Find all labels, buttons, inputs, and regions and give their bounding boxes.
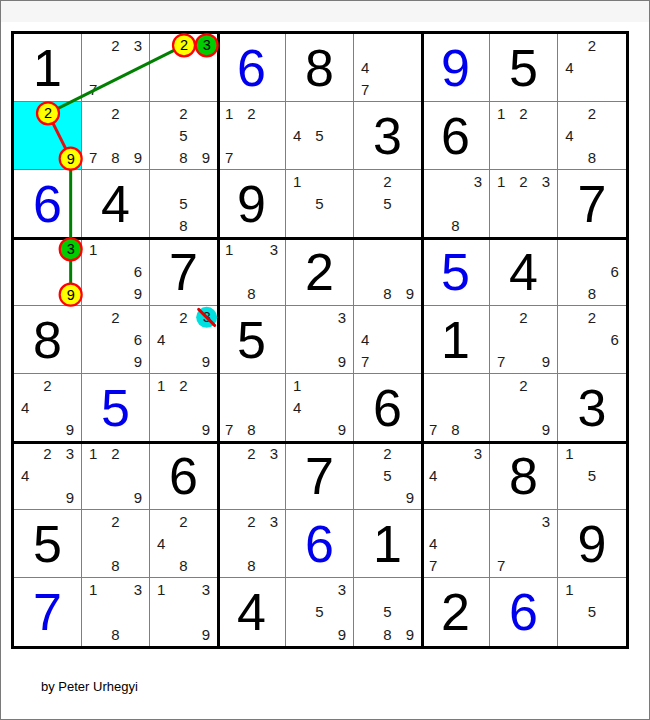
given-digit: 9	[237, 178, 266, 230]
cell-r3c2[interactable]: 4	[82, 170, 150, 238]
candidate-digit: 8	[240, 283, 262, 305]
candidates: 23	[218, 442, 285, 509]
cell-r9c1[interactable]: 7	[14, 578, 82, 646]
candidate-digit: 9	[127, 487, 149, 509]
candidate-digit: 2	[172, 34, 194, 56]
candidates: 47	[354, 34, 421, 101]
cell-r7c9[interactable]: 15	[558, 442, 626, 510]
candidates: 237	[82, 34, 149, 101]
candidate-digit: 9	[195, 351, 217, 373]
cell-r7c3[interactable]: 6	[150, 442, 218, 510]
cell-r4c2[interactable]: 169	[82, 238, 150, 306]
candidates: 39	[14, 238, 81, 305]
candidates: 23	[150, 34, 217, 101]
cell-r8c8[interactable]: 37	[490, 510, 558, 578]
candidates: 129	[150, 374, 217, 441]
cell-r9c6[interactable]: 589	[354, 578, 422, 646]
cell-r4c9[interactable]: 68	[558, 238, 626, 306]
candidates: 39	[286, 306, 353, 373]
cell-r4c7[interactable]: 5	[422, 238, 490, 306]
candidate-digit: 3	[59, 238, 81, 260]
candidate-digit: 9	[59, 487, 81, 509]
candidates: 29	[490, 374, 557, 441]
solved-digit: 5	[101, 382, 130, 434]
candidates: 45	[286, 102, 353, 169]
candidate-digit: 2	[376, 170, 398, 192]
given-digit: 4	[509, 246, 538, 298]
cell-r1c5[interactable]: 8	[286, 34, 354, 102]
given-digit: 1	[441, 314, 470, 366]
candidates: 47	[422, 510, 489, 577]
cell-r6c9[interactable]: 3	[558, 374, 626, 442]
candidate-digit: 1	[82, 578, 104, 601]
candidate-digit: 2	[172, 306, 194, 328]
cell-r8c3[interactable]: 248	[150, 510, 218, 578]
cell-r2c3[interactable]: 2589	[150, 102, 218, 170]
candidates: 2349	[150, 306, 217, 373]
candidate-digit: 9	[331, 351, 353, 373]
candidates: 359	[286, 578, 353, 646]
cell-r4c1[interactable]: 39	[14, 238, 82, 306]
cell-r7c7[interactable]: 34	[422, 442, 490, 510]
candidate-digit: 8	[104, 147, 126, 169]
candidate-digit: 3	[127, 34, 149, 56]
cell-r5c5[interactable]: 39	[286, 306, 354, 374]
candidate-digit: 3	[127, 578, 149, 601]
candidate-digit: 1	[82, 238, 104, 260]
cell-r5c1[interactable]: 8	[14, 306, 82, 374]
candidate-digit: 3	[195, 34, 217, 56]
candidate-digit: 1	[286, 374, 308, 396]
solved-digit: 6	[237, 42, 266, 94]
candidate-digit: 4	[422, 532, 444, 554]
candidate-digit: 8	[172, 215, 194, 237]
candidate-digit: 7	[82, 79, 104, 101]
candidate-digit: 3	[195, 578, 217, 601]
candidates: 169	[82, 238, 149, 305]
candidate-digit: 1	[82, 442, 104, 464]
candidate-digit: 9	[399, 623, 421, 646]
candidate-digit: 9	[195, 419, 217, 441]
cell-r3c3[interactable]: 58	[150, 170, 218, 238]
cell-r1c3[interactable]: 23	[150, 34, 218, 102]
cell-r9c3[interactable]: 139	[150, 578, 218, 646]
cell-r6c4[interactable]: 78	[218, 374, 286, 442]
solved-digit: 6	[33, 178, 62, 230]
candidate-digit: 6	[127, 260, 149, 282]
candidate-digit: 3	[535, 170, 557, 192]
solved-digit: 7	[33, 586, 62, 638]
candidate-digit: 5	[376, 601, 398, 624]
candidates: 279	[490, 306, 557, 373]
cell-r6c6[interactable]: 6	[354, 374, 422, 442]
candidate-digit: 8	[240, 555, 262, 577]
candidate-digit: 4	[150, 328, 172, 350]
candidate-digit: 8	[104, 623, 126, 646]
candidate-digit: 6	[127, 328, 149, 350]
candidates: 248	[150, 510, 217, 577]
cell-r7c8[interactable]: 8	[490, 442, 558, 510]
given-digit: 8	[509, 450, 538, 502]
cell-r3c4[interactable]: 9	[218, 170, 286, 238]
given-digit: 1	[33, 42, 62, 94]
candidate-digit: 1	[558, 442, 581, 464]
candidate-digit: 5	[308, 124, 330, 146]
candidate-digit: 4	[422, 464, 444, 486]
cell-r3c5[interactable]: 15	[286, 170, 354, 238]
candidate-digit: 9	[399, 487, 421, 509]
candidate-digit: 1	[218, 238, 240, 260]
candidate-digit: 2	[36, 442, 58, 464]
candidates: 138	[218, 238, 285, 305]
candidate-digit: 3	[59, 442, 81, 464]
candidate-digit: 3	[467, 442, 489, 464]
candidate-digit: 4	[150, 532, 172, 554]
candidate-digit: 5	[581, 464, 604, 486]
given-digit: 4	[237, 586, 266, 638]
cell-r8c5[interactable]: 6	[286, 510, 354, 578]
candidate-digit: 3	[467, 170, 489, 192]
candidates: 28	[82, 510, 149, 577]
candidate-digit: 9	[195, 147, 217, 169]
given-digit: 5	[509, 42, 538, 94]
cell-r6c8[interactable]: 29	[490, 374, 558, 442]
candidate-digit: 5	[308, 192, 330, 214]
candidate-digit: 2	[240, 510, 262, 532]
candidate-digit: 3	[263, 510, 285, 532]
cell-r9c4[interactable]: 4	[218, 578, 286, 646]
candidate-digit: 4	[354, 328, 376, 350]
cell-r2c4[interactable]: 127	[218, 102, 286, 170]
candidate-digit: 4	[286, 124, 308, 146]
given-digit: 8	[33, 314, 62, 366]
given-digit: 5	[33, 518, 62, 570]
candidate-digit: 2	[172, 510, 194, 532]
candidates: 2589	[150, 102, 217, 169]
candidates: 139	[150, 578, 217, 646]
cell-r1c9[interactable]: 24	[558, 34, 626, 102]
candidates: 127	[218, 102, 285, 169]
cell-r1c8[interactable]: 5	[490, 34, 558, 102]
candidate-digit: 2	[104, 510, 126, 532]
sudoku-board: 1237236847952429278925891274536122486458…	[11, 31, 629, 649]
candidate-digit: 5	[308, 601, 330, 624]
candidate-digit: 9	[59, 147, 81, 169]
given-digit: 9	[578, 518, 607, 570]
given-digit: 6	[373, 382, 402, 434]
candidate-digit: 1	[490, 102, 512, 124]
cell-r4c5[interactable]: 2	[286, 238, 354, 306]
cell-r5c3[interactable]: 2349	[150, 306, 218, 374]
credit-text: by Peter Urhegyi	[41, 679, 138, 694]
cell-r2c9[interactable]: 248	[558, 102, 626, 170]
candidate-digit: 9	[59, 283, 81, 305]
cell-r7c5[interactable]: 7	[286, 442, 354, 510]
candidates: 26	[558, 306, 626, 373]
cell-r2c2[interactable]: 2789	[82, 102, 150, 170]
top-strip	[1, 1, 649, 22]
cell-r4c3[interactable]: 7	[150, 238, 218, 306]
cell-r6c1[interactable]: 249	[14, 374, 82, 442]
candidate-digit: 9	[535, 419, 557, 441]
candidate-digit: 3	[263, 442, 285, 464]
candidate-digit: 2	[512, 102, 534, 124]
candidate-digit: 1	[218, 102, 240, 124]
given-digit: 2	[441, 586, 470, 638]
candidate-digit: 8	[240, 419, 262, 441]
candidate-digit: 2	[581, 102, 604, 124]
candidate-digit: 9	[127, 147, 149, 169]
cell-r5c8[interactable]: 279	[490, 306, 558, 374]
candidate-digit: 2	[376, 442, 398, 464]
candidate-digit: 8	[581, 147, 604, 169]
candidates: 38	[422, 170, 489, 237]
candidate-digit: 8	[104, 555, 126, 577]
candidate-digit: 2	[104, 442, 126, 464]
candidates: 589	[354, 578, 421, 646]
cell-r1c4[interactable]: 6	[218, 34, 286, 102]
candidate-digit: 8	[172, 555, 194, 577]
given-digit: 6	[169, 450, 198, 502]
candidates: 34	[422, 442, 489, 509]
candidates: 68	[558, 238, 626, 305]
candidate-digit: 7	[218, 147, 240, 169]
candidate-digit: 2	[512, 374, 534, 396]
candidate-digit: 2	[581, 306, 604, 328]
cell-r9c5[interactable]: 359	[286, 578, 354, 646]
candidate-digit: 2	[240, 102, 262, 124]
candidate-digit: 7	[422, 555, 444, 577]
candidates: 248	[558, 102, 626, 169]
candidate-digit: 5	[172, 192, 194, 214]
candidate-digit: 2	[240, 442, 262, 464]
candidate-digit: 8	[376, 283, 398, 305]
cell-r5c4[interactable]: 5	[218, 306, 286, 374]
given-digit: 3	[373, 110, 402, 162]
given-digit: 3	[578, 382, 607, 434]
cell-r6c3[interactable]: 129	[150, 374, 218, 442]
box-border-line	[14, 237, 626, 240]
cell-r5c2[interactable]: 269	[82, 306, 150, 374]
candidate-digit: 4	[558, 124, 581, 146]
cell-r1c1[interactable]: 1	[14, 34, 82, 102]
solved-digit: 6	[509, 586, 538, 638]
cell-r1c7[interactable]: 9	[422, 34, 490, 102]
candidate-digit: 3	[535, 510, 557, 532]
candidates: 78	[422, 374, 489, 441]
solved-digit: 5	[441, 246, 470, 298]
candidate-digit: 1	[558, 578, 581, 601]
candidate-digit: 9	[127, 351, 149, 373]
candidates: 78	[218, 374, 285, 441]
candidate-digit: 1	[150, 578, 172, 601]
candidate-digit: 7	[354, 351, 376, 373]
given-digit: 7	[169, 246, 198, 298]
cell-r7c1[interactable]: 2349	[14, 442, 82, 510]
candidate-digit: 7	[82, 147, 104, 169]
cell-r6c7[interactable]: 78	[422, 374, 490, 442]
cell-r8c6[interactable]: 1	[354, 510, 422, 578]
candidate-digit: 2	[104, 306, 126, 328]
candidates: 47	[354, 306, 421, 373]
candidate-digit: 6	[603, 260, 626, 282]
cell-r2c1[interactable]: 29	[14, 102, 82, 170]
candidate-digit: 4	[14, 396, 36, 418]
cell-r9c8[interactable]: 6	[490, 578, 558, 646]
candidate-digit: 8	[581, 283, 604, 305]
candidate-digit: 2	[512, 170, 534, 192]
given-digit: 8	[305, 42, 334, 94]
candidate-digit: 2	[104, 102, 126, 124]
candidate-digit: 9	[127, 283, 149, 305]
cell-r5c9[interactable]: 26	[558, 306, 626, 374]
cell-r3c1[interactable]: 6	[14, 170, 82, 238]
cell-r3c9[interactable]: 7	[558, 170, 626, 238]
given-digit: 7	[305, 450, 334, 502]
candidates: 58	[150, 170, 217, 237]
candidates: 138	[82, 578, 149, 646]
cell-r3c7[interactable]: 38	[422, 170, 490, 238]
cell-r4c6[interactable]: 89	[354, 238, 422, 306]
candidate-digit: 2	[36, 374, 58, 396]
box-border-line	[217, 34, 220, 646]
candidate-digit: 3	[331, 306, 353, 328]
cell-r9c9[interactable]: 15	[558, 578, 626, 646]
candidate-digit: 2	[581, 34, 604, 56]
candidates: 259	[354, 442, 421, 509]
cell-r3c8[interactable]: 123	[490, 170, 558, 238]
candidate-digit: 8	[172, 147, 194, 169]
cell-r1c6[interactable]: 47	[354, 34, 422, 102]
cell-r8c7[interactable]: 47	[422, 510, 490, 578]
cell-r2c8[interactable]: 12	[490, 102, 558, 170]
candidate-digit: 4	[14, 464, 36, 486]
candidates: 249	[14, 374, 81, 441]
given-digit: 5	[237, 314, 266, 366]
sudoku-app: 1237236847952429278925891274536122486458…	[0, 0, 650, 720]
cell-r9c7[interactable]: 2	[422, 578, 490, 646]
candidates: 15	[558, 442, 626, 509]
candidate-digit: 2	[172, 374, 194, 396]
candidate-digit: 5	[172, 124, 194, 146]
cell-r7c2[interactable]: 129	[82, 442, 150, 510]
cell-r2c5[interactable]: 45	[286, 102, 354, 170]
cell-r4c8[interactable]: 4	[490, 238, 558, 306]
given-digit: 1	[373, 518, 402, 570]
candidate-digit: 3	[263, 238, 285, 260]
candidate-digit: 7	[354, 79, 376, 101]
candidates: 24	[558, 34, 626, 101]
candidates: 149	[286, 374, 353, 441]
candidate-digit: 7	[422, 419, 444, 441]
cell-r9c2[interactable]: 138	[82, 578, 150, 646]
candidate-digit: 7	[218, 419, 240, 441]
solved-digit: 9	[441, 42, 470, 94]
candidate-digit: 9	[331, 623, 353, 646]
candidate-digit: 3	[331, 578, 353, 601]
cell-r6c5[interactable]: 149	[286, 374, 354, 442]
candidate-digit: 9	[331, 419, 353, 441]
candidate-digit: 4	[286, 396, 308, 418]
candidate-digit: 3	[195, 306, 217, 328]
cell-r5c7[interactable]: 1	[422, 306, 490, 374]
cell-r7c6[interactable]: 259	[354, 442, 422, 510]
candidates: 123	[490, 170, 557, 237]
candidates: 238	[218, 510, 285, 577]
given-digit: 2	[305, 246, 334, 298]
candidate-digit: 5	[376, 464, 398, 486]
given-digit: 7	[578, 178, 607, 230]
candidates: 29	[14, 102, 81, 169]
candidate-digit: 7	[490, 555, 512, 577]
candidates: 37	[490, 510, 557, 577]
cell-r7c4[interactable]: 23	[218, 442, 286, 510]
given-digit: 4	[101, 178, 130, 230]
candidate-digit: 2	[172, 102, 194, 124]
candidates: 25	[354, 170, 421, 237]
cell-r8c2[interactable]: 28	[82, 510, 150, 578]
candidate-digit: 8	[444, 215, 466, 237]
cell-r2c7[interactable]: 6	[422, 102, 490, 170]
candidate-digit: 2	[36, 102, 58, 124]
cell-r5c6[interactable]: 47	[354, 306, 422, 374]
candidate-digit: 1	[286, 170, 308, 192]
candidate-digit: 5	[581, 601, 604, 624]
candidate-digit: 4	[558, 56, 581, 78]
candidate-digit: 5	[376, 192, 398, 214]
candidate-digit: 6	[603, 328, 626, 350]
candidates: 15	[558, 578, 626, 646]
box-border-line	[421, 34, 424, 646]
cell-r8c4[interactable]: 238	[218, 510, 286, 578]
candidate-digit: 2	[104, 34, 126, 56]
candidate-digit: 8	[444, 419, 466, 441]
cell-r4c4[interactable]: 138	[218, 238, 286, 306]
candidates: 2789	[82, 102, 149, 169]
cell-r6c2[interactable]: 5	[82, 374, 150, 442]
candidate-digit: 9	[59, 419, 81, 441]
candidate-digit: 9	[535, 351, 557, 373]
candidate-digit: 1	[150, 374, 172, 396]
candidate-digit: 8	[376, 623, 398, 646]
box-border-line	[14, 441, 626, 444]
candidate-digit: 7	[490, 351, 512, 373]
given-digit: 6	[441, 110, 470, 162]
candidates: 2349	[14, 442, 81, 509]
candidate-digit: 1	[490, 170, 512, 192]
solved-digit: 6	[305, 518, 334, 570]
candidate-digit: 9	[195, 623, 217, 646]
cell-r8c9[interactable]: 9	[558, 510, 626, 578]
candidates: 269	[82, 306, 149, 373]
candidates: 89	[354, 238, 421, 305]
candidates: 15	[286, 170, 353, 237]
cell-r3c6[interactable]: 25	[354, 170, 422, 238]
cell-r1c2[interactable]: 237	[82, 34, 150, 102]
cell-r2c6[interactable]: 3	[354, 102, 422, 170]
candidates: 12	[490, 102, 557, 169]
cell-r8c1[interactable]: 5	[14, 510, 82, 578]
candidate-digit: 2	[512, 306, 534, 328]
candidate-digit: 9	[399, 283, 421, 305]
candidate-digit: 4	[354, 56, 376, 78]
candidates: 129	[82, 442, 149, 509]
